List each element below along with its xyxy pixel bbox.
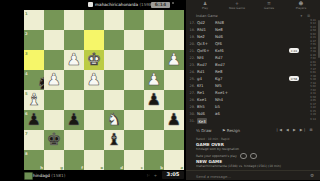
resign-label: Resign [227,128,240,133]
white-move[interactable]: Nf4 [197,55,215,60]
white-move[interactable]: Rd1 [197,69,215,74]
file-label-b: b [160,165,163,170]
move-times: 7:024:31 [301,90,316,96]
move-nav-buttons[interactable]: |◀ ◀ ▶ ▶| ⊞ [276,127,314,134]
square-a3[interactable]: ♟ [164,50,184,70]
move-number: 22. [186,56,197,60]
chess-board[interactable]: 123♟♚♟♞4♟♟♟♝5♟♟6♟♞♟7♚♝8hgfedcba [24,10,184,170]
move-number: 20. [186,42,197,46]
black-move[interactable]: Kg7 [215,76,233,81]
nav-prev-button[interactable]: ◀ [286,128,293,132]
move-times: 6:373:42 [301,104,316,110]
top-player-bar: mahachiricahonarda (1598) 6:14 [24,0,184,10]
square-c6[interactable] [124,110,144,130]
square-h5[interactable]: ♝5 [24,90,44,110]
move-number: 27. [186,91,197,95]
square-h4[interactable]: ♞4 [24,70,44,90]
square-h3[interactable]: 3 [24,50,44,70]
top-player-username: mahachiricahonarda [95,2,138,7]
move-row-24: 24.Rd1Re87:476:01 [186,68,316,75]
sidebar-panel: ♟Play+New Game≡Games☻Players Indian Game… [186,0,320,180]
square-d5[interactable] [104,90,124,110]
file-label-d: d [120,165,123,170]
square-d1[interactable] [104,10,124,30]
draw-label: Draw [201,128,211,133]
move-times: 8:477:55 [301,41,316,47]
black-move[interactable]: Qf6 [215,41,233,46]
square-b4[interactable]: ♟ [144,70,164,90]
black-move[interactable]: Bxd7 [215,62,233,67]
movelist-scrollbar[interactable] [318,20,320,58]
square-h2[interactable]: 2 [24,30,44,50]
move-times: 7:305:30 [301,76,316,82]
square-e7[interactable] [84,130,104,150]
white-move[interactable]: Ne2 [197,34,215,39]
square-a1[interactable] [164,10,184,30]
file-label-a: a [180,165,183,170]
move-times: 9:419:12 [301,20,316,26]
black-move[interactable]: b5 [215,104,233,109]
resign-button[interactable]: ⚑ Resign [222,128,240,133]
move-row-20: 20.Qc3+Qf68:477:55 [186,40,316,47]
square-h8[interactable]: 8h [24,150,44,170]
top-player-name[interactable]: mahachiricahonarda (1598) [95,2,153,7]
bottom-player-name[interactable]: hindagd (1581) [33,173,65,178]
square-b8[interactable]: b [144,150,164,170]
move-times: 6:253:20 [301,111,316,117]
chess-live-app: mahachiricahonarda (1598) 6:14 123♟♚♟♞4♟… [0,0,320,180]
square-b2[interactable] [144,30,164,50]
game-info-line: Rated · 10 min · Rapid [196,137,229,141]
rank-label-7: 7 [25,131,28,136]
square-d6[interactable]: ♞ [104,110,124,130]
square-f2[interactable] [64,30,84,50]
move-times: 8:307:28 [301,48,316,54]
white-pawn-e4: ♟ [84,70,104,90]
move-row-23: 23.Rxd7Bxd78:016:30 [186,61,316,68]
white-move[interactable]: Qc3+ [197,41,215,46]
black-move[interactable]: Nd6 [215,34,233,39]
black-move[interactable]: Rxe1+ [215,90,233,95]
opening-name-row[interactable]: Indian Game ▾ ⊞ [196,14,314,19]
game-over-subtitle: hindagd won by resignation [196,147,239,151]
square-f5[interactable] [64,90,84,110]
game-over-title: GAME OVER [196,142,224,147]
square-f3[interactable]: ♟ [64,50,84,70]
move-row-27: 27.Re1Rxe1+7:024:31 [186,89,316,96]
move-times: 8:167:02 [301,55,316,61]
move-times: 9:228:50 [301,27,316,33]
opening-name: Indian Game [196,14,218,18]
black-move[interactable]: a6 [215,111,233,116]
move-row-18: 18.Rfd1Ne89:228:50 [186,26,316,33]
black-move[interactable]: Re8 [215,69,233,74]
square-d2[interactable] [104,30,124,50]
square-e6[interactable] [84,110,104,130]
move-number: 24. [186,70,197,74]
square-f1[interactable] [64,10,84,30]
black-move[interactable]: Ne8 [215,27,233,32]
square-g2[interactable] [44,30,64,50]
tab-label: New Game [221,7,253,11]
square-d8[interactable]: d [104,150,124,170]
chat-message-input[interactable]: Send a message... [196,174,231,179]
top-player-avatar[interactable] [88,2,93,7]
move-row-17: 17.Qd2Rfd89:419:12 [186,19,316,26]
square-e2[interactable] [84,30,104,50]
tab-play[interactable]: ♟Play [189,1,221,13]
black-king-g7: ♚ [44,130,64,150]
rank-label-2: 2 [25,31,28,36]
tab-games[interactable]: ≡Games [253,1,285,13]
file-label-h: h [40,165,43,170]
white-move[interactable]: Re1 [197,90,215,95]
tab-label: Play [189,7,221,11]
move-times: 6:504:05 [301,97,316,103]
new-game-title: NEW GAME [196,159,222,164]
move-times: 7:476:01 [301,69,316,75]
square-c7[interactable] [124,130,144,150]
draw-icon: ½ [196,128,200,133]
square-a5[interactable] [164,90,184,110]
square-b1[interactable] [144,10,164,30]
move-list: 17.Qd2Rfd89:419:1218.Rfd1Ne89:228:5019.N… [186,19,316,124]
rank-label-1: 1 [25,11,28,16]
square-a2[interactable] [164,30,184,50]
rate-opponent-label: Rate your opponent's play [196,154,237,158]
draw-button[interactable]: ½ Draw [196,128,212,133]
tab-new-game[interactable]: +New Game [221,1,253,13]
chat-settings-gear-icon[interactable]: ⚙ [310,173,314,178]
square-c1[interactable] [124,10,144,30]
square-b7[interactable] [144,130,164,150]
nav-board-button[interactable]: ⊞ [309,128,314,132]
square-d3[interactable] [104,50,124,70]
square-b3[interactable] [144,50,164,70]
white-move[interactable]: Kf1 [197,83,215,88]
game-actions-row: ½ Draw ⚑ Resign |◀ ◀ ▶ ▶| ⊞ [196,127,314,134]
tab-label: Games [253,7,285,11]
move-row-29: 29.Bh5b56:373:42 [186,103,316,110]
rank-label-5: 5 [25,91,28,96]
black-bishop-d7: ♝ [104,130,124,150]
square-a8[interactable]: a [164,150,184,170]
move-times: 6:14 [301,119,316,122]
move-time-pill: 1:24 [289,48,299,53]
move-row-26: 26.Kf1Nf57:185:02 [186,82,316,89]
white-move[interactable]: Qxf6+ [197,48,215,53]
square-c3[interactable] [124,50,144,70]
square-e5[interactable] [84,90,104,110]
move-number: 23. [186,63,197,67]
move-time-pill: 0:58 [289,76,299,81]
move-row-28: 28.Kxe1Nh46:504:05 [186,96,316,103]
square-a6[interactable]: ♟ [164,110,184,130]
bottom-player-avatar[interactable] [24,172,33,181]
top-tab-bar: ♟Play+New Game≡Games☻Players [189,1,317,13]
square-f4[interactable] [64,70,84,90]
white-move[interactable]: Ke3 [197,118,215,123]
new-game-subtitle: mahachiricahonarda (1598) vs. hindagd (1… [196,164,316,168]
white-move[interactable]: g4 [197,76,215,81]
black-move[interactable]: Nf5 [215,83,233,88]
move-times: 8:016:30 [301,62,316,68]
move-number: 19. [186,35,197,39]
nav-first-button[interactable]: |◀ [276,128,286,132]
move-row-30: 30.Nd6a66:253:20 [186,110,316,117]
square-e8[interactable]: e [84,150,104,170]
square-f6[interactable]: ♟ [64,110,84,130]
thumbs-down-icon[interactable] [250,153,257,160]
move-times: 9:028:21 [301,34,316,40]
thumbs-up-icon[interactable] [240,153,247,160]
move-row-21: 21.Qxf6+Kxf61:248:307:28 [186,47,316,54]
white-pawn-f3: ♟ [64,50,84,70]
square-f8[interactable]: f [64,150,84,170]
black-pawn-f6: ♟ [64,110,84,130]
move-number: 30. [186,112,197,116]
square-h7[interactable]: 7 [24,130,44,150]
nav-next-button[interactable]: ▶ [293,128,300,132]
black-move[interactable]: Rfd8 [215,20,233,25]
bottom-player-rating: (1581) [51,173,65,178]
black-pawn-a6: ♟ [164,110,184,130]
square-c5[interactable] [124,90,144,110]
move-row-31: 31.Ke36:14 [186,117,316,124]
file-label-c: c [141,165,143,170]
tab-players[interactable]: ☻Players [285,1,317,13]
square-c2[interactable] [124,30,144,50]
file-label-g: g [60,165,63,170]
black-move[interactable]: Rd7 [215,55,233,60]
move-number: 21. [186,49,197,53]
square-g7[interactable]: ♚ [44,130,64,150]
square-b6[interactable] [144,110,164,130]
square-c8[interactable]: c [124,150,144,170]
black-move[interactable]: Kxf6 [215,48,233,53]
square-e4[interactable]: ♟ [84,70,104,90]
rank-label-8: 8 [25,151,28,156]
flag-icon[interactable]: ⚐ [146,173,150,178]
move-number: 29. [186,105,197,109]
white-move[interactable]: Qd2 [197,20,215,25]
move-row-25: 25.g4Kg70:587:305:30 [186,75,316,82]
file-label-e: e [100,165,103,170]
rank-label-4: 4 [25,71,28,76]
white-move[interactable]: Rfd1 [197,27,215,32]
bottom-player-username: hindagd [33,173,50,178]
add-time-icon[interactable]: + [154,173,157,178]
white-move[interactable]: Rxd7 [197,62,215,67]
square-g5[interactable] [44,90,64,110]
move-number: 18. [186,28,197,32]
square-e3[interactable]: ♚ [84,50,104,70]
bottom-player-bar: hindagd (1581) ⚐ + 3:05 [24,170,184,180]
white-knight-d6: ♞ [104,110,124,130]
square-d7[interactable]: ♝ [104,130,124,150]
top-player-clock: 6:14 [151,2,170,9]
black-move[interactable]: Nh4 [215,97,233,102]
square-g8[interactable]: g [44,150,64,170]
move-row-22: 22.Nf4Rd78:167:02 [186,54,316,61]
bottom-player-clock: 3:05 [162,171,184,179]
white-pawn-b4: ♟ [144,70,164,90]
move-number: 31. [186,119,197,123]
square-g6[interactable] [44,110,64,130]
white-move[interactable]: Nd6 [197,111,215,116]
square-f7[interactable] [64,130,84,150]
black-pawn-b5: ♟ [144,90,164,110]
square-g3[interactable] [44,50,64,70]
move-number: 17. [186,21,197,25]
square-h6[interactable]: ♟6 [24,110,44,130]
square-h1[interactable]: 1 [24,10,44,30]
chat-bar: Send a message... ⚙ [186,170,320,181]
white-move[interactable]: Bh5 [197,104,215,109]
square-b5[interactable]: ♟ [144,90,164,110]
file-label-f: f [81,165,83,170]
focus-mode-dot-icon[interactable] [172,2,174,4]
rank-label-3: 3 [25,51,28,56]
move-number: 25. [186,77,197,81]
white-move[interactable]: Kxe1 [197,97,215,102]
square-a4[interactable] [164,70,184,90]
square-g4[interactable]: ♟ [44,70,64,90]
move-times: 7:185:02 [301,83,316,89]
square-e1[interactable] [84,10,104,30]
white-king-e3: ♚ [84,50,104,70]
square-d4[interactable] [104,70,124,90]
white-pawn-g4: ♟ [44,70,64,90]
move-number: 26. [186,84,197,88]
square-a7[interactable] [164,130,184,150]
tab-label: Players [285,7,317,11]
resign-flag-icon: ⚑ [222,128,226,133]
square-c4[interactable] [124,70,144,90]
opening-row-icons[interactable]: ▾ ⊞ [300,14,312,19]
white-pawn-a3: ♟ [164,50,184,70]
move-row-19: 19.Ne2Nd69:028:21 [186,33,316,40]
move-number: 28. [186,98,197,102]
square-g1[interactable] [44,10,64,30]
rank-label-6: 6 [25,111,28,116]
